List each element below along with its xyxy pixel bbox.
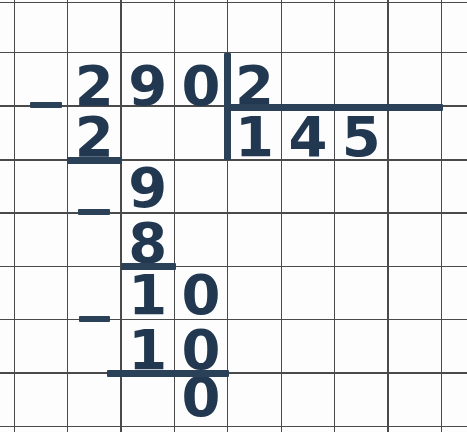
digit-quotient-r3c6: 4	[281, 109, 334, 165]
grid-line-vertical	[387, 0, 388, 432]
minus-sign-1-icon	[30, 102, 62, 108]
grid-line-vertical	[14, 0, 15, 432]
digit-dividend-r2c4: 0	[174, 58, 227, 114]
subtraction-rule-3	[107, 370, 229, 377]
grid-line-vertical	[441, 0, 442, 432]
minus-sign-2-icon	[78, 209, 110, 215]
grid-line-horizontal	[0, 52, 467, 53]
grid-line-horizontal	[0, 212, 467, 213]
digit-work-r8c4: 0	[174, 369, 227, 425]
digit-work-r6c4: 0	[174, 267, 227, 323]
minus-sign-3-icon	[79, 316, 110, 322]
grid-line-vertical	[334, 0, 335, 432]
grid-line-horizontal	[0, 319, 467, 320]
digit-work-r4c3: 9	[121, 160, 174, 216]
grid-line-horizontal	[0, 2, 467, 3]
digit-work-r6c3: 1	[121, 267, 174, 323]
division-worksheet: 290221459810100	[0, 0, 467, 432]
subtraction-rule-1	[67, 157, 122, 164]
digit-quotient-r3c7: 5	[335, 109, 388, 165]
digit-dividend-r2c3: 9	[121, 58, 174, 114]
subtraction-rule-2	[121, 263, 176, 270]
grid-line-horizontal	[0, 372, 467, 373]
division-bracket-horizontal	[224, 104, 443, 111]
grid-line-horizontal	[0, 266, 467, 267]
grid-line-horizontal	[0, 426, 467, 427]
digit-quotient-r3c5: 1	[228, 109, 281, 165]
